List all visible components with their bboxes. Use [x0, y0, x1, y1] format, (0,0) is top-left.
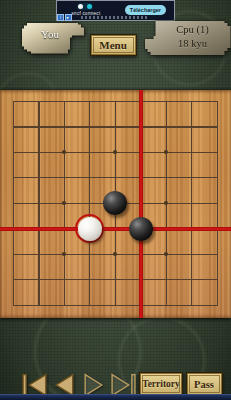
- hoshi-point: [164, 252, 168, 256]
- player-plaque-you: You: [22, 23, 84, 54]
- black-stone: [129, 217, 153, 241]
- hoshi-point: [62, 201, 66, 205]
- logo-teal-dot: [87, 4, 92, 9]
- hoshi-point: [62, 150, 66, 154]
- ad-choices-icon[interactable]: ▸: [65, 14, 72, 21]
- app-screen: sncf connect Télécharger i ▸ You Menu Cp…: [0, 0, 231, 400]
- hoshi-point: [113, 150, 117, 154]
- territory-button[interactable]: Territory: [139, 372, 183, 396]
- toggle-pill-icon: [77, 3, 93, 10]
- menu-button[interactable]: Menu: [90, 34, 137, 56]
- hoshi-point: [164, 150, 168, 154]
- ad-cta-button[interactable]: Télécharger: [125, 5, 166, 15]
- player-plaque-cpu: Cpu (1) 18 kyu: [145, 21, 231, 55]
- pass-button[interactable]: Pass: [186, 372, 223, 396]
- hoshi-point: [62, 252, 66, 256]
- last-move-crosshair-vertical: [139, 90, 143, 318]
- go-board[interactable]: [0, 90, 231, 318]
- white-stone: [78, 217, 102, 241]
- black-stone: [103, 191, 127, 215]
- hoshi-point: [113, 252, 117, 256]
- logo-white-dot: [78, 4, 83, 9]
- ad-info-icon[interactable]: i: [57, 14, 64, 21]
- last-move-crosshair-horizontal: [0, 227, 231, 231]
- hoshi-point: [164, 201, 168, 205]
- player-cpu-rank: 18 kyu: [159, 38, 227, 49]
- bottom-ad-strip: [0, 394, 231, 400]
- ad-banner[interactable]: sncf connect Télécharger: [56, 0, 175, 21]
- player-you-label: You: [22, 28, 78, 40]
- ad-fineprint: [81, 16, 147, 19]
- player-cpu-label: Cpu (1): [159, 24, 227, 35]
